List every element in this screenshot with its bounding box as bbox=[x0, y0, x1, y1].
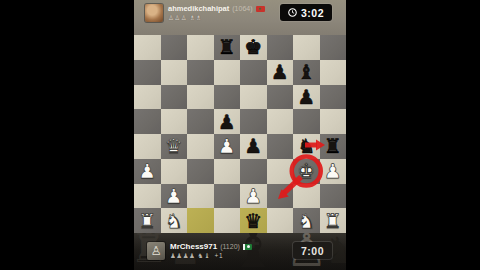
square-d4[interactable]: ♟ bbox=[214, 134, 241, 159]
square-e6[interactable] bbox=[240, 85, 267, 110]
square-h8[interactable] bbox=[320, 35, 347, 60]
square-b7[interactable] bbox=[161, 60, 188, 85]
square-c6[interactable] bbox=[187, 85, 214, 110]
square-b6[interactable] bbox=[161, 85, 188, 110]
white-pawn-b2: ♟ bbox=[165, 184, 183, 208]
square-b5[interactable] bbox=[161, 109, 188, 134]
white-knight-g1: ♞ bbox=[297, 209, 315, 233]
material-advantage: +1 bbox=[215, 252, 223, 259]
square-d5[interactable]: ♟ bbox=[214, 109, 241, 134]
white-rook-h1: ♜ bbox=[324, 209, 342, 233]
square-e2[interactable]: ♟ bbox=[240, 184, 267, 209]
bottom-clock-time: 7:00 bbox=[301, 245, 324, 257]
white-queen-b4: ♛ bbox=[165, 134, 183, 158]
square-a8[interactable] bbox=[134, 35, 161, 60]
top-clock-time: 3:02 bbox=[301, 7, 324, 19]
square-a3[interactable]: ♟ bbox=[134, 159, 161, 184]
square-d3[interactable] bbox=[214, 159, 241, 184]
bottom-player-avatar[interactable]: ♙ bbox=[147, 242, 165, 260]
top-player-rating: (1064) bbox=[232, 5, 252, 12]
square-c8[interactable] bbox=[187, 35, 214, 60]
square-g4[interactable]: ♞ bbox=[293, 134, 320, 159]
square-e3[interactable] bbox=[240, 159, 267, 184]
square-c5[interactable] bbox=[187, 109, 214, 134]
square-c1[interactable] bbox=[187, 208, 214, 233]
pakistan-flag-icon bbox=[243, 244, 252, 250]
square-b1[interactable]: ♞ bbox=[161, 208, 188, 233]
square-d7[interactable] bbox=[214, 60, 241, 85]
square-g7[interactable]: ♝ bbox=[293, 60, 320, 85]
black-pawn-e4: ♟ bbox=[244, 134, 262, 158]
square-c7[interactable] bbox=[187, 60, 214, 85]
square-e7[interactable] bbox=[240, 60, 267, 85]
square-f3[interactable] bbox=[267, 159, 294, 184]
black-bishop-g7: ♝ bbox=[297, 60, 315, 84]
square-f6[interactable] bbox=[267, 85, 294, 110]
square-f1[interactable] bbox=[267, 208, 294, 233]
square-h6[interactable] bbox=[320, 85, 347, 110]
square-a6[interactable] bbox=[134, 85, 161, 110]
square-h5[interactable] bbox=[320, 109, 347, 134]
white-pawn-h3: ♟ bbox=[324, 159, 342, 183]
square-h1[interactable]: ♜ bbox=[320, 208, 347, 233]
square-a4[interactable] bbox=[134, 134, 161, 159]
square-f5[interactable] bbox=[267, 109, 294, 134]
square-b8[interactable] bbox=[161, 35, 188, 60]
square-d2[interactable] bbox=[214, 184, 241, 209]
square-g1[interactable]: ♞ bbox=[293, 208, 320, 233]
top-player-bar: ahmedikchahipat (1064) ♙♙♙ ♗♗ 3:02 bbox=[134, 0, 346, 35]
square-f4[interactable] bbox=[267, 134, 294, 159]
square-d6[interactable] bbox=[214, 85, 241, 110]
square-g3[interactable]: ♚ bbox=[293, 159, 320, 184]
square-d1[interactable] bbox=[214, 208, 241, 233]
square-b4[interactable]: ♛ bbox=[161, 134, 188, 159]
square-f7[interactable]: ♟ bbox=[267, 60, 294, 85]
top-player-name[interactable]: ahmedikchahipat bbox=[168, 4, 229, 13]
morocco-flag-icon bbox=[256, 6, 265, 12]
black-pawn-g6: ♟ bbox=[297, 85, 315, 109]
square-h4[interactable]: ♜ bbox=[320, 134, 347, 159]
white-rook-a1: ♜ bbox=[138, 209, 156, 233]
square-b3[interactable] bbox=[161, 159, 188, 184]
chess-board: ♜♚♟♝♟♟♛♟♟♞♜♟♚♟♟♟♜♞♛♞♜ bbox=[134, 35, 346, 233]
white-pawn-e2: ♟ bbox=[244, 184, 262, 208]
square-g2[interactable] bbox=[293, 184, 320, 209]
square-c3[interactable] bbox=[187, 159, 214, 184]
top-player-clock: 3:02 bbox=[280, 4, 332, 21]
square-c2[interactable] bbox=[187, 184, 214, 209]
square-c4[interactable] bbox=[187, 134, 214, 159]
square-a2[interactable] bbox=[134, 184, 161, 209]
square-b2[interactable]: ♟ bbox=[161, 184, 188, 209]
square-a5[interactable] bbox=[134, 109, 161, 134]
white-pawn-d4: ♟ bbox=[218, 134, 236, 158]
square-f8[interactable] bbox=[267, 35, 294, 60]
top-captured-pieces-tray: ♙♙♙ ♗♗ bbox=[168, 14, 265, 22]
square-g5[interactable] bbox=[293, 109, 320, 134]
square-f2[interactable] bbox=[267, 184, 294, 209]
square-a1[interactable]: ♜ bbox=[134, 208, 161, 233]
black-rook-h4: ♜ bbox=[324, 134, 342, 158]
top-player-avatar[interactable] bbox=[145, 4, 163, 22]
white-pawn-a3: ♟ bbox=[138, 159, 156, 183]
square-e1[interactable]: ♛ bbox=[240, 208, 267, 233]
bottom-captured-pieces-tray: ♟♟♟♟ ♞♝ +1 bbox=[170, 252, 252, 260]
bottom-player-clock: 7:00 bbox=[293, 242, 332, 259]
bottom-captured-glyphs: ♟♟♟♟ ♞♝ bbox=[170, 252, 210, 259]
bottom-player-name[interactable]: MrChess971 bbox=[170, 242, 217, 251]
black-queen-e1: ♛ bbox=[244, 209, 262, 233]
black-rook-d8: ♜ bbox=[218, 35, 236, 59]
square-e5[interactable] bbox=[240, 109, 267, 134]
bottom-player-bar: ♜ ♟ ♝ ♙ ♞ ♙ MrChess971 (1120) ♟♟♟♟ ♞♝ +1 bbox=[134, 233, 346, 270]
square-d8[interactable]: ♜ bbox=[214, 35, 241, 60]
bottom-player-rating: (1120) bbox=[220, 243, 240, 250]
square-g8[interactable] bbox=[293, 35, 320, 60]
white-knight-b1: ♞ bbox=[165, 209, 183, 233]
black-king-e8: ♚ bbox=[244, 35, 262, 59]
square-g6[interactable]: ♟ bbox=[293, 85, 320, 110]
square-a7[interactable] bbox=[134, 60, 161, 85]
black-knight-g4: ♞ bbox=[297, 134, 315, 158]
square-h7[interactable] bbox=[320, 60, 347, 85]
black-pawn-f7: ♟ bbox=[271, 60, 289, 84]
white-king-g3: ♚ bbox=[297, 159, 315, 183]
clock-icon bbox=[288, 8, 297, 17]
video-frame: ahmedikchahipat (1064) ♙♙♙ ♗♗ 3:02 ♜♚♟♝♟… bbox=[0, 0, 480, 270]
black-pawn-d5: ♟ bbox=[218, 110, 236, 134]
square-h3[interactable]: ♟ bbox=[320, 159, 347, 184]
square-e8[interactable]: ♚ bbox=[240, 35, 267, 60]
chess-app: ahmedikchahipat (1064) ♙♙♙ ♗♗ 3:02 ♜♚♟♝♟… bbox=[134, 0, 346, 270]
square-e4[interactable]: ♟ bbox=[240, 134, 267, 159]
square-h2[interactable] bbox=[320, 184, 347, 209]
